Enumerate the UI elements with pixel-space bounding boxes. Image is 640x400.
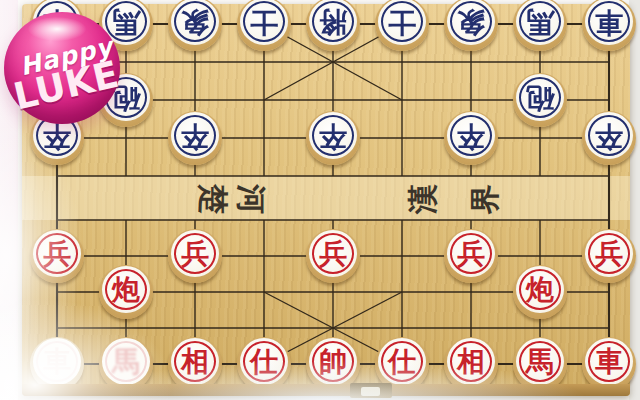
piece-face: 炮 bbox=[516, 266, 564, 313]
piece-character: 砲 bbox=[526, 84, 554, 112]
board-intersection: 炮 bbox=[92, 268, 161, 316]
board-intersection: 車 bbox=[23, 340, 92, 388]
piece-black-general[interactable]: 將 bbox=[306, 0, 360, 51]
piece-character: 卒 bbox=[319, 122, 347, 150]
piece-black-advisor[interactable]: 士 bbox=[375, 0, 429, 51]
piece-character: 車 bbox=[595, 348, 623, 376]
screenshot-stage: 楚河 漢界 車馬象士將士象馬車砲砲卒卒卒卒卒兵兵兵兵兵炮炮車馬相仕帥仕相馬車 H… bbox=[0, 0, 640, 400]
piece-face: 士 bbox=[378, 0, 426, 45]
piece-face: 兵 bbox=[447, 230, 495, 277]
piece-character: 車 bbox=[595, 8, 623, 36]
piece-black-elephant[interactable]: 象 bbox=[168, 0, 222, 51]
board-intersection: 帥 bbox=[299, 340, 368, 388]
piece-red-elephant[interactable]: 相 bbox=[444, 337, 498, 391]
piece-character: 車 bbox=[43, 348, 71, 376]
piece-character: 兵 bbox=[457, 240, 485, 268]
board-intersection: 卒 bbox=[161, 120, 230, 156]
piece-character: 卒 bbox=[595, 122, 623, 150]
board-intersection: 卒 bbox=[23, 120, 92, 156]
piece-character: 卒 bbox=[43, 122, 71, 150]
piece-character: 兵 bbox=[595, 240, 623, 268]
piece-character: 相 bbox=[457, 348, 485, 376]
piece-black-elephant[interactable]: 象 bbox=[444, 0, 498, 51]
board-intersection: 仕 bbox=[230, 340, 299, 388]
board-intersection: 車 bbox=[575, 4, 640, 44]
piece-face: 兵 bbox=[171, 230, 219, 277]
piece-face: 車 bbox=[585, 338, 633, 385]
board-intersection: 卒 bbox=[575, 120, 640, 156]
piece-red-soldier[interactable]: 兵 bbox=[306, 229, 360, 283]
piece-character: 炮 bbox=[526, 276, 554, 304]
board-intersection: 兵 bbox=[299, 244, 368, 268]
piece-character: 相 bbox=[181, 348, 209, 376]
piece-black-soldier[interactable]: 卒 bbox=[582, 111, 636, 165]
piece-red-soldier[interactable]: 兵 bbox=[444, 229, 498, 283]
piece-face: 卒 bbox=[585, 112, 633, 159]
piece-face: 兵 bbox=[33, 230, 81, 277]
piece-face: 卒 bbox=[309, 112, 357, 159]
happyluke-logo[interactable]: Happy LUKE bbox=[4, 12, 120, 124]
board-intersection: 砲 bbox=[506, 80, 575, 120]
piece-character: 馬 bbox=[526, 348, 554, 376]
piece-black-chariot[interactable]: 車 bbox=[582, 0, 636, 51]
board-intersection: 馬 bbox=[506, 4, 575, 44]
piece-character: 士 bbox=[250, 8, 278, 36]
board-intersection: 士 bbox=[368, 4, 437, 44]
piece-face: 車 bbox=[585, 0, 633, 45]
piece-face: 象 bbox=[171, 0, 219, 45]
piece-character: 仕 bbox=[388, 348, 416, 376]
board-intersection: 相 bbox=[161, 340, 230, 388]
piece-face: 卒 bbox=[171, 112, 219, 159]
piece-black-soldier[interactable]: 卒 bbox=[306, 111, 360, 165]
piece-character: 馬 bbox=[112, 348, 140, 376]
piece-character: 象 bbox=[457, 8, 485, 36]
board-intersection: 仕 bbox=[368, 340, 437, 388]
board-intersection: 炮 bbox=[506, 268, 575, 316]
piece-face: 帥 bbox=[309, 338, 357, 385]
board-intersection: 兵 bbox=[437, 244, 506, 268]
board-intersection: 兵 bbox=[23, 244, 92, 268]
board-intersection: 兵 bbox=[575, 244, 640, 268]
piece-red-elephant[interactable]: 相 bbox=[168, 337, 222, 391]
piece-character: 將 bbox=[319, 8, 347, 36]
piece-red-soldier[interactable]: 兵 bbox=[582, 229, 636, 283]
piece-character: 炮 bbox=[112, 276, 140, 304]
piece-face: 馬 bbox=[516, 338, 564, 385]
piece-face: 車 bbox=[33, 338, 81, 385]
piece-character: 象 bbox=[181, 8, 209, 36]
hinge bbox=[350, 383, 392, 398]
piece-red-chariot[interactable]: 車 bbox=[582, 337, 636, 391]
piece-red-soldier[interactable]: 兵 bbox=[168, 229, 222, 283]
piece-character: 馬 bbox=[526, 8, 554, 36]
piece-black-soldier[interactable]: 卒 bbox=[168, 111, 222, 165]
piece-character: 卒 bbox=[181, 122, 209, 150]
board-intersection: 卒 bbox=[299, 120, 368, 156]
board-intersection: 象 bbox=[437, 4, 506, 44]
piece-black-soldier[interactable]: 卒 bbox=[444, 111, 498, 165]
piece-character: 兵 bbox=[319, 240, 347, 268]
piece-face: 士 bbox=[240, 0, 288, 45]
board-front-edge bbox=[22, 384, 630, 396]
piece-face: 砲 bbox=[516, 74, 564, 121]
board-intersection: 卒 bbox=[437, 120, 506, 156]
piece-face: 仕 bbox=[240, 338, 288, 385]
piece-face: 卒 bbox=[447, 112, 495, 159]
piece-face: 象 bbox=[447, 0, 495, 45]
piece-character: 馬 bbox=[112, 8, 140, 36]
piece-character: 卒 bbox=[457, 122, 485, 150]
piece-character: 帥 bbox=[319, 348, 347, 376]
piece-red-horse[interactable]: 馬 bbox=[99, 337, 153, 391]
piece-face: 炮 bbox=[102, 266, 150, 313]
board-intersection: 馬 bbox=[92, 340, 161, 388]
board-intersection: 士 bbox=[230, 4, 299, 44]
piece-red-horse[interactable]: 馬 bbox=[513, 337, 567, 391]
piece-character: 兵 bbox=[43, 240, 71, 268]
board-intersection: 相 bbox=[437, 340, 506, 388]
piece-face: 馬 bbox=[516, 0, 564, 45]
piece-red-soldier[interactable]: 兵 bbox=[30, 229, 84, 283]
board-intersection: 車 bbox=[575, 340, 640, 388]
board-intersection: 馬 bbox=[506, 340, 575, 388]
board-intersection: 兵 bbox=[161, 244, 230, 268]
piece-character: 兵 bbox=[181, 240, 209, 268]
piece-face: 相 bbox=[447, 338, 495, 385]
board-intersection: 象 bbox=[161, 4, 230, 44]
piece-face: 將 bbox=[309, 0, 357, 45]
board-intersection: 將 bbox=[299, 4, 368, 44]
piece-face: 仕 bbox=[378, 338, 426, 385]
piece-red-chariot[interactable]: 車 bbox=[30, 337, 84, 391]
piece-red-cannon[interactable]: 炮 bbox=[99, 265, 153, 319]
piece-red-cannon[interactable]: 炮 bbox=[513, 265, 567, 319]
piece-face: 兵 bbox=[585, 230, 633, 277]
piece-black-advisor[interactable]: 士 bbox=[237, 0, 291, 51]
piece-face: 兵 bbox=[309, 230, 357, 277]
piece-black-cannon[interactable]: 砲 bbox=[513, 73, 567, 127]
piece-character: 仕 bbox=[250, 348, 278, 376]
piece-face: 馬 bbox=[102, 338, 150, 385]
piece-character: 士 bbox=[388, 8, 416, 36]
piece-red-advisor[interactable]: 仕 bbox=[237, 337, 291, 391]
piece-black-horse[interactable]: 馬 bbox=[513, 0, 567, 51]
piece-face: 相 bbox=[171, 338, 219, 385]
